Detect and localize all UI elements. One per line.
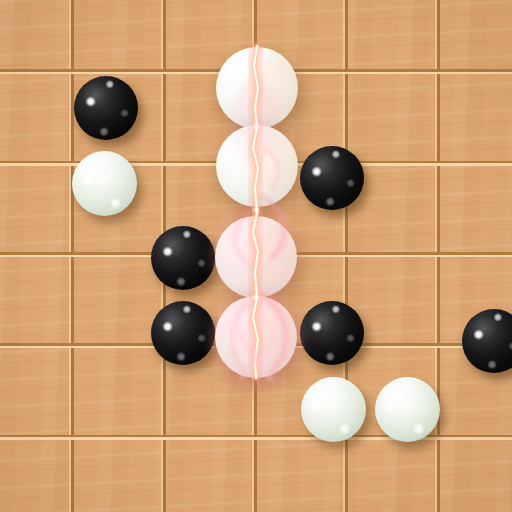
board-cell-r6c5[interactable]	[372, 450, 448, 512]
board-cell-r5c5[interactable]	[372, 374, 448, 450]
board-cell-r4c2[interactable]	[144, 298, 220, 374]
board-cell-r1c0[interactable]	[0, 70, 68, 146]
gomoku-board	[0, 0, 512, 512]
board-cell-r0c1[interactable]	[68, 0, 144, 70]
board-cell-r3c0[interactable]	[0, 222, 68, 298]
board-cell-r2c4[interactable]	[296, 146, 372, 222]
board-cell-r1c2[interactable]	[144, 70, 220, 146]
board-cell-r6c6[interactable]	[448, 450, 512, 512]
board-cell-r0c4[interactable]	[296, 0, 372, 70]
board-cell-r4c1[interactable]	[68, 298, 144, 374]
board-cell-r4c4[interactable]	[296, 298, 372, 374]
board-cell-r4c3[interactable]	[220, 298, 296, 374]
board-cell-r6c4[interactable]	[296, 450, 372, 512]
black-stone[interactable]	[462, 309, 512, 373]
black-stone[interactable]	[151, 301, 215, 365]
board-cell-r0c6[interactable]	[448, 0, 512, 70]
board-cell-r1c5[interactable]	[372, 70, 448, 146]
board-cell-r1c6[interactable]	[448, 70, 512, 146]
board-cell-r6c2[interactable]	[144, 450, 220, 512]
board-cell-r3c5[interactable]	[372, 222, 448, 298]
black-stone[interactable]	[151, 226, 215, 290]
board-lattice	[0, 0, 512, 512]
board-cell-r0c2[interactable]	[144, 0, 220, 70]
board-cell-r0c5[interactable]	[372, 0, 448, 70]
game-screen	[0, 0, 512, 512]
board-cell-r3c3[interactable]	[220, 222, 296, 298]
white-stone[interactable]	[72, 151, 137, 216]
board-cell-r3c1[interactable]	[68, 222, 144, 298]
black-stone[interactable]	[74, 76, 138, 140]
black-stone[interactable]	[300, 301, 364, 365]
board-cell-r6c1[interactable]	[68, 450, 144, 512]
winning-white-stone[interactable]	[216, 125, 298, 207]
board-cell-r2c2[interactable]	[144, 146, 220, 222]
board-cell-r3c4[interactable]	[296, 222, 372, 298]
board-cell-r2c5[interactable]	[372, 146, 448, 222]
board-cell-r5c1[interactable]	[68, 374, 144, 450]
winning-white-stone[interactable]	[215, 296, 297, 378]
board-cell-r3c2[interactable]	[144, 222, 220, 298]
white-stone[interactable]	[375, 377, 440, 442]
board-cell-r5c0[interactable]	[0, 374, 68, 450]
board-cell-r1c4[interactable]	[296, 70, 372, 146]
board-cell-r1c1[interactable]	[68, 70, 144, 146]
board-cell-r5c4[interactable]	[296, 374, 372, 450]
winning-white-stone[interactable]	[215, 216, 297, 298]
board-cell-r6c3[interactable]	[220, 450, 296, 512]
black-stone[interactable]	[300, 146, 364, 210]
board-cell-r3c6[interactable]	[448, 222, 512, 298]
board-cell-r6c0[interactable]	[0, 450, 68, 512]
board-cell-r5c6[interactable]	[448, 374, 512, 450]
board-cell-r0c0[interactable]	[0, 0, 68, 70]
board-cell-r5c3[interactable]	[220, 374, 296, 450]
white-stone[interactable]	[301, 377, 366, 442]
board-cell-r4c6[interactable]	[448, 298, 512, 374]
board-cell-r2c0[interactable]	[0, 146, 68, 222]
board-cell-r2c1[interactable]	[68, 146, 144, 222]
winning-white-stone[interactable]	[216, 47, 298, 129]
board-cell-r5c2[interactable]	[144, 374, 220, 450]
board-cell-r4c0[interactable]	[0, 298, 68, 374]
board-cell-r2c3[interactable]	[220, 146, 296, 222]
board-cell-r4c5[interactable]	[372, 298, 448, 374]
board-cell-r2c6[interactable]	[448, 146, 512, 222]
